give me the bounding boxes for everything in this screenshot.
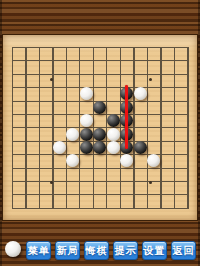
white-stone bbox=[80, 114, 93, 127]
new-game-button[interactable]: 新局 bbox=[55, 241, 80, 260]
star-point bbox=[149, 181, 152, 184]
star-point bbox=[50, 78, 53, 81]
menu-button[interactable]: 菜单 bbox=[26, 241, 51, 260]
settings-button[interactable]: 设置 bbox=[142, 241, 167, 260]
star-point bbox=[50, 181, 53, 184]
white-stone bbox=[53, 141, 66, 154]
hint-button[interactable]: 提示 bbox=[113, 241, 138, 260]
black-stone bbox=[107, 114, 120, 127]
black-stone bbox=[80, 141, 93, 154]
toolbar-buttons: 菜单 新局 悔棋 提示 设置 返回 bbox=[26, 241, 196, 260]
black-stone bbox=[93, 128, 106, 141]
black-stone bbox=[80, 128, 93, 141]
white-stone bbox=[107, 141, 120, 154]
white-stone bbox=[107, 128, 120, 141]
black-stone bbox=[93, 101, 106, 114]
white-stone bbox=[66, 128, 79, 141]
undo-button[interactable]: 悔棋 bbox=[84, 241, 109, 260]
star-point bbox=[149, 78, 152, 81]
black-stone bbox=[134, 141, 147, 154]
game-board[interactable] bbox=[3, 35, 197, 220]
white-stone-icon bbox=[5, 241, 21, 257]
back-button[interactable]: 返回 bbox=[171, 241, 196, 260]
toolbar: 菜单 新局 悔棋 提示 设置 返回 bbox=[0, 240, 200, 262]
win-line-marker bbox=[125, 85, 128, 150]
gomoku-app-screen: 菜单 新局 悔棋 提示 设置 返回 bbox=[0, 0, 200, 266]
